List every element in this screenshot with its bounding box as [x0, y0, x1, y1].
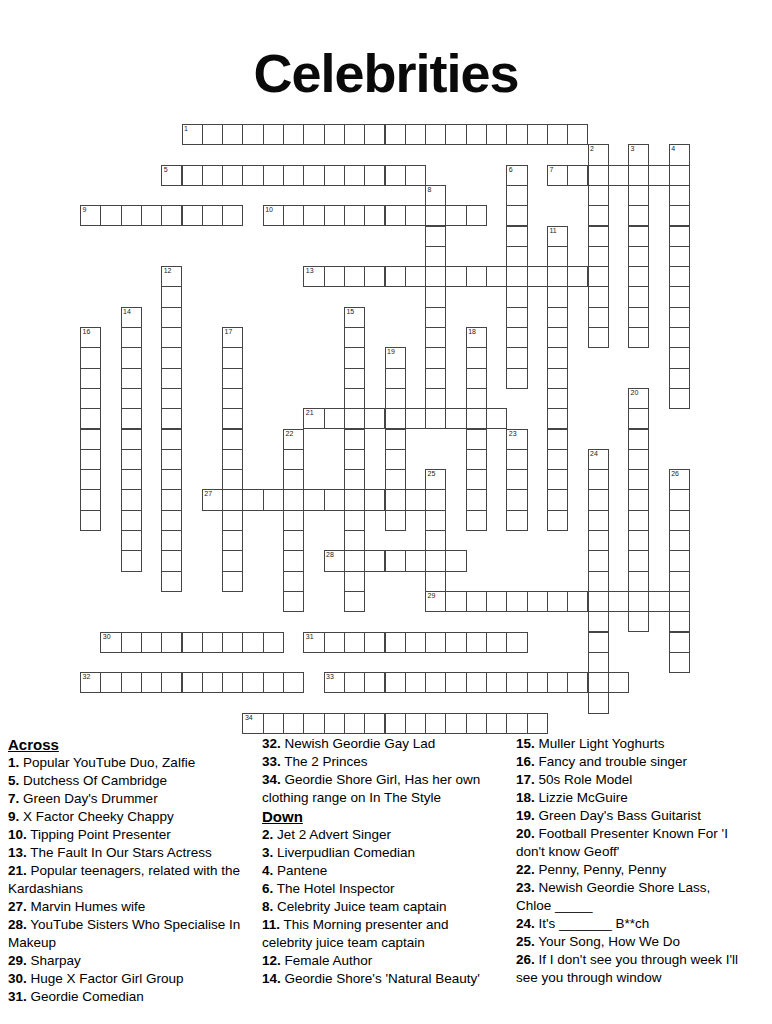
grid-cell[interactable] [385, 550, 406, 571]
grid-cell[interactable] [506, 591, 527, 612]
grid-cell[interactable] [588, 307, 609, 328]
grid-cell[interactable] [405, 165, 426, 186]
grid-cell[interactable] [506, 632, 527, 653]
grid-cell[interactable] [445, 266, 466, 287]
grid-cell[interactable] [506, 266, 527, 287]
grid-cell[interactable] [405, 408, 426, 429]
grid-cell[interactable] [608, 165, 629, 186]
grid-cell[interactable]: 28 [324, 550, 345, 571]
grid-cell[interactable] [80, 510, 101, 531]
grid-cell[interactable]: 12 [161, 266, 182, 287]
grid-cell[interactable]: 15 [344, 307, 365, 328]
grid-cell[interactable] [324, 124, 345, 145]
grid-cell[interactable] [506, 286, 527, 307]
grid-cell[interactable] [425, 510, 446, 531]
grid-cell[interactable] [547, 388, 568, 409]
grid-cell[interactable] [344, 469, 365, 490]
grid-cell[interactable] [669, 388, 690, 409]
grid-cell[interactable] [222, 469, 243, 490]
grid-cell[interactable] [364, 672, 385, 693]
grid-cell[interactable] [364, 165, 385, 186]
grid-cell[interactable] [222, 124, 243, 145]
grid-cell[interactable] [80, 489, 101, 510]
grid-cell[interactable] [506, 368, 527, 389]
grid-cell[interactable]: 33 [324, 672, 345, 693]
grid-cell[interactable] [344, 205, 365, 226]
grid-cell[interactable] [222, 449, 243, 470]
grid-cell[interactable] [669, 185, 690, 206]
grid-cell[interactable] [547, 368, 568, 389]
grid-cell[interactable] [445, 632, 466, 653]
grid-cell[interactable]: 7 [547, 165, 568, 186]
grid-cell[interactable]: 20 [628, 388, 649, 409]
grid-cell[interactable] [303, 205, 324, 226]
grid-cell[interactable] [425, 388, 446, 409]
grid-cell[interactable] [202, 124, 223, 145]
grid-cell[interactable] [344, 510, 365, 531]
grid-cell[interactable] [283, 469, 304, 490]
grid-cell[interactable] [588, 530, 609, 551]
grid-cell[interactable] [121, 510, 142, 531]
grid-cell[interactable] [506, 347, 527, 368]
grid-cell[interactable] [182, 165, 203, 186]
grid-cell[interactable] [425, 489, 446, 510]
grid-cell[interactable] [242, 489, 263, 510]
grid-cell[interactable] [283, 449, 304, 470]
grid-cell[interactable] [628, 165, 649, 186]
grid-cell[interactable] [80, 347, 101, 368]
grid-cell[interactable] [405, 672, 426, 693]
grid-cell[interactable] [567, 672, 588, 693]
grid-cell[interactable]: 9 [80, 205, 101, 226]
grid-cell[interactable] [303, 713, 324, 734]
grid-cell[interactable] [182, 672, 203, 693]
grid-cell[interactable] [486, 408, 507, 429]
grid-cell[interactable] [242, 124, 263, 145]
grid-cell[interactable] [669, 530, 690, 551]
grid-cell[interactable]: 4 [669, 144, 690, 165]
grid-cell[interactable] [161, 368, 182, 389]
grid-cell[interactable] [344, 632, 365, 653]
grid-cell[interactable] [283, 571, 304, 592]
grid-cell[interactable] [466, 347, 487, 368]
grid-cell[interactable] [283, 550, 304, 571]
grid-cell[interactable] [121, 672, 142, 693]
grid-cell[interactable] [202, 672, 223, 693]
grid-cell[interactable] [669, 347, 690, 368]
grid-cell[interactable] [222, 571, 243, 592]
grid-cell[interactable] [324, 632, 345, 653]
grid-cell[interactable] [344, 550, 365, 571]
grid-cell[interactable] [669, 307, 690, 328]
grid-cell[interactable] [547, 469, 568, 490]
grid-cell[interactable] [222, 347, 243, 368]
grid-cell[interactable] [405, 632, 426, 653]
grid-cell[interactable] [344, 347, 365, 368]
grid-cell[interactable] [161, 469, 182, 490]
grid-cell[interactable] [202, 205, 223, 226]
grid-cell[interactable] [161, 388, 182, 409]
grid-cell[interactable]: 17 [222, 327, 243, 348]
grid-cell[interactable] [628, 429, 649, 450]
grid-cell[interactable] [263, 632, 284, 653]
grid-cell[interactable] [161, 510, 182, 531]
grid-cell[interactable] [466, 672, 487, 693]
grid-cell[interactable] [161, 327, 182, 348]
grid-cell[interactable] [547, 429, 568, 450]
grid-cell[interactable] [121, 469, 142, 490]
grid-cell[interactable] [669, 652, 690, 673]
grid-cell[interactable] [466, 205, 487, 226]
grid-cell[interactable] [425, 327, 446, 348]
grid-cell[interactable] [588, 205, 609, 226]
grid-cell[interactable] [100, 672, 121, 693]
grid-cell[interactable]: 10 [263, 205, 284, 226]
grid-cell[interactable] [283, 510, 304, 531]
grid-cell[interactable] [344, 672, 365, 693]
grid-cell[interactable] [344, 530, 365, 551]
grid-cell[interactable]: 19 [385, 347, 406, 368]
grid-cell[interactable] [121, 327, 142, 348]
grid-cell[interactable]: 29 [425, 591, 446, 612]
grid-cell[interactable] [161, 632, 182, 653]
grid-cell[interactable] [628, 327, 649, 348]
grid-cell[interactable] [364, 266, 385, 287]
grid-cell[interactable] [669, 591, 690, 612]
grid-cell[interactable] [344, 388, 365, 409]
grid-cell[interactable] [506, 489, 527, 510]
grid-cell[interactable]: 24 [588, 449, 609, 470]
grid-cell[interactable] [669, 286, 690, 307]
grid-cell[interactable] [344, 124, 365, 145]
grid-cell[interactable] [385, 388, 406, 409]
grid-cell[interactable] [486, 672, 507, 693]
grid-cell[interactable]: 27 [202, 489, 223, 510]
grid-cell[interactable] [324, 205, 345, 226]
grid-cell[interactable] [344, 368, 365, 389]
grid-cell[interactable] [405, 124, 426, 145]
grid-cell[interactable] [263, 165, 284, 186]
grid-cell[interactable]: 22 [283, 429, 304, 450]
grid-cell[interactable] [385, 408, 406, 429]
grid-cell[interactable] [385, 429, 406, 450]
grid-cell[interactable] [466, 408, 487, 429]
grid-cell[interactable] [344, 591, 365, 612]
grid-cell[interactable] [445, 672, 466, 693]
grid-cell[interactable] [628, 611, 649, 632]
grid-cell[interactable] [222, 672, 243, 693]
grid-cell[interactable] [527, 591, 548, 612]
grid-cell[interactable] [385, 124, 406, 145]
grid-cell[interactable] [486, 591, 507, 612]
grid-cell[interactable] [628, 510, 649, 531]
grid-cell[interactable] [588, 510, 609, 531]
grid-cell[interactable] [385, 266, 406, 287]
grid-cell[interactable] [242, 165, 263, 186]
grid-cell[interactable] [283, 530, 304, 551]
grid-cell[interactable] [283, 591, 304, 612]
grid-cell[interactable] [669, 489, 690, 510]
grid-cell[interactable]: 25 [425, 469, 446, 490]
grid-cell[interactable] [182, 632, 203, 653]
grid-cell[interactable] [121, 388, 142, 409]
grid-cell[interactable] [567, 165, 588, 186]
grid-cell[interactable] [547, 124, 568, 145]
grid-cell[interactable] [506, 205, 527, 226]
grid-cell[interactable] [222, 165, 243, 186]
grid-cell[interactable] [425, 530, 446, 551]
grid-cell[interactable] [121, 205, 142, 226]
grid-cell[interactable] [283, 672, 304, 693]
grid-cell[interactable] [588, 266, 609, 287]
grid-cell[interactable] [202, 632, 223, 653]
grid-cell[interactable] [588, 571, 609, 592]
grid-cell[interactable]: 5 [161, 165, 182, 186]
grid-cell[interactable] [506, 226, 527, 247]
grid-cell[interactable] [425, 571, 446, 592]
grid-cell[interactable] [547, 489, 568, 510]
grid-cell[interactable] [222, 530, 243, 551]
grid-cell[interactable] [385, 713, 406, 734]
grid-cell[interactable] [669, 246, 690, 267]
grid-cell[interactable] [161, 307, 182, 328]
grid-cell[interactable] [303, 124, 324, 145]
grid-cell[interactable] [425, 672, 446, 693]
grid-cell[interactable] [425, 246, 446, 267]
grid-cell[interactable] [121, 449, 142, 470]
grid-cell[interactable] [202, 165, 223, 186]
grid-cell[interactable]: 3 [628, 144, 649, 165]
grid-cell[interactable] [324, 165, 345, 186]
grid-cell[interactable] [628, 286, 649, 307]
grid-cell[interactable] [466, 449, 487, 470]
grid-cell[interactable] [121, 347, 142, 368]
grid-cell[interactable] [344, 327, 365, 348]
grid-cell[interactable] [344, 713, 365, 734]
grid-cell[interactable] [263, 489, 284, 510]
grid-cell[interactable] [364, 489, 385, 510]
grid-cell[interactable] [80, 449, 101, 470]
grid-cell[interactable] [141, 672, 162, 693]
grid-cell[interactable]: 13 [303, 266, 324, 287]
grid-cell[interactable] [344, 266, 365, 287]
grid-cell[interactable] [628, 469, 649, 490]
grid-cell[interactable]: 16 [80, 327, 101, 348]
grid-cell[interactable] [466, 469, 487, 490]
grid-cell[interactable] [628, 266, 649, 287]
grid-cell[interactable] [588, 246, 609, 267]
grid-cell[interactable] [242, 632, 263, 653]
grid-cell[interactable]: 32 [80, 672, 101, 693]
grid-cell[interactable] [344, 449, 365, 470]
grid-cell[interactable] [222, 368, 243, 389]
grid-cell[interactable] [506, 327, 527, 348]
grid-cell[interactable] [303, 489, 324, 510]
grid-cell[interactable] [445, 408, 466, 429]
grid-cell[interactable] [80, 429, 101, 450]
grid-cell[interactable] [628, 205, 649, 226]
grid-cell[interactable] [648, 591, 669, 612]
grid-cell[interactable] [344, 429, 365, 450]
grid-cell[interactable] [161, 672, 182, 693]
grid-cell[interactable] [385, 489, 406, 510]
grid-cell[interactable] [364, 713, 385, 734]
grid-cell[interactable] [385, 205, 406, 226]
grid-cell[interactable] [364, 124, 385, 145]
grid-cell[interactable] [222, 388, 243, 409]
grid-cell[interactable] [121, 408, 142, 429]
grid-cell[interactable] [506, 246, 527, 267]
grid-cell[interactable] [486, 124, 507, 145]
grid-cell[interactable] [628, 449, 649, 470]
grid-cell[interactable] [405, 713, 426, 734]
grid-cell[interactable] [324, 713, 345, 734]
grid-cell[interactable] [527, 124, 548, 145]
grid-cell[interactable] [547, 591, 568, 612]
grid-cell[interactable]: 8 [425, 185, 446, 206]
grid-cell[interactable] [364, 205, 385, 226]
grid-cell[interactable] [324, 266, 345, 287]
grid-cell[interactable] [588, 165, 609, 186]
grid-cell[interactable] [628, 550, 649, 571]
grid-cell[interactable] [588, 652, 609, 673]
grid-cell[interactable]: 14 [121, 307, 142, 328]
grid-cell[interactable] [506, 672, 527, 693]
grid-cell[interactable] [222, 550, 243, 571]
grid-cell[interactable] [80, 368, 101, 389]
grid-cell[interactable] [628, 530, 649, 551]
grid-cell[interactable] [588, 672, 609, 693]
grid-cell[interactable] [547, 266, 568, 287]
grid-cell[interactable] [242, 672, 263, 693]
grid-cell[interactable] [608, 672, 629, 693]
grid-cell[interactable] [121, 368, 142, 389]
grid-cell[interactable] [445, 591, 466, 612]
grid-cell[interactable] [588, 692, 609, 713]
grid-cell[interactable] [669, 327, 690, 348]
grid-cell[interactable]: 18 [466, 327, 487, 348]
grid-cell[interactable] [628, 571, 649, 592]
grid-cell[interactable] [222, 408, 243, 429]
grid-cell[interactable] [121, 489, 142, 510]
grid-cell[interactable] [445, 550, 466, 571]
grid-cell[interactable] [527, 713, 548, 734]
grid-cell[interactable] [547, 327, 568, 348]
grid-cell[interactable] [161, 571, 182, 592]
grid-cell[interactable] [425, 307, 446, 328]
grid-cell[interactable] [547, 672, 568, 693]
grid-cell[interactable] [121, 530, 142, 551]
grid-cell[interactable] [161, 286, 182, 307]
grid-cell[interactable] [547, 510, 568, 531]
grid-cell[interactable] [385, 368, 406, 389]
grid-cell[interactable]: 23 [506, 429, 527, 450]
grid-cell[interactable] [283, 489, 304, 510]
grid-cell[interactable] [161, 489, 182, 510]
grid-cell[interactable] [80, 469, 101, 490]
grid-cell[interactable] [344, 165, 365, 186]
grid-cell[interactable] [669, 611, 690, 632]
grid-cell[interactable] [263, 713, 284, 734]
grid-cell[interactable] [161, 550, 182, 571]
grid-cell[interactable] [222, 510, 243, 531]
grid-cell[interactable] [385, 632, 406, 653]
grid-cell[interactable]: 21 [303, 408, 324, 429]
grid-cell[interactable] [506, 449, 527, 470]
grid-cell[interactable] [527, 672, 548, 693]
grid-cell[interactable]: 31 [303, 632, 324, 653]
grid-cell[interactable] [405, 489, 426, 510]
grid-cell[interactable] [506, 713, 527, 734]
grid-cell[interactable] [445, 205, 466, 226]
grid-cell[interactable] [161, 449, 182, 470]
grid-cell[interactable] [385, 510, 406, 531]
grid-cell[interactable]: 26 [669, 469, 690, 490]
grid-cell[interactable] [669, 368, 690, 389]
grid-cell[interactable] [669, 510, 690, 531]
grid-cell[interactable] [628, 489, 649, 510]
grid-cell[interactable] [466, 510, 487, 531]
grid-cell[interactable] [425, 286, 446, 307]
grid-cell[interactable] [588, 327, 609, 348]
grid-cell[interactable] [263, 124, 284, 145]
grid-cell[interactable] [628, 307, 649, 328]
grid-cell[interactable] [121, 429, 142, 450]
grid-cell[interactable] [588, 226, 609, 247]
grid-cell[interactable] [283, 124, 304, 145]
grid-cell[interactable] [669, 226, 690, 247]
grid-cell[interactable] [425, 205, 446, 226]
grid-cell[interactable] [506, 469, 527, 490]
grid-cell[interactable]: 30 [100, 632, 121, 653]
grid-cell[interactable] [141, 205, 162, 226]
grid-cell[interactable] [567, 124, 588, 145]
grid-cell[interactable] [547, 408, 568, 429]
grid-cell[interactable] [283, 713, 304, 734]
grid-cell[interactable] [588, 611, 609, 632]
grid-cell[interactable] [425, 632, 446, 653]
grid-cell[interactable]: 2 [588, 144, 609, 165]
grid-cell[interactable] [385, 469, 406, 490]
grid-cell[interactable] [364, 632, 385, 653]
grid-cell[interactable] [324, 408, 345, 429]
grid-cell[interactable] [324, 489, 345, 510]
grid-cell[interactable] [567, 591, 588, 612]
grid-cell[interactable] [547, 286, 568, 307]
grid-cell[interactable] [161, 347, 182, 368]
grid-cell[interactable] [547, 246, 568, 267]
grid-cell[interactable] [405, 205, 426, 226]
grid-cell[interactable] [385, 165, 406, 186]
grid-cell[interactable]: 6 [506, 165, 527, 186]
grid-cell[interactable] [425, 368, 446, 389]
grid-cell[interactable] [628, 185, 649, 206]
grid-cell[interactable]: 11 [547, 226, 568, 247]
grid-cell[interactable]: 34 [242, 713, 263, 734]
grid-cell[interactable] [466, 388, 487, 409]
grid-cell[interactable] [628, 591, 649, 612]
grid-cell[interactable] [425, 408, 446, 429]
grid-cell[interactable] [283, 165, 304, 186]
grid-cell[interactable] [608, 591, 629, 612]
grid-cell[interactable] [222, 205, 243, 226]
grid-cell[interactable] [669, 205, 690, 226]
grid-cell[interactable] [121, 550, 142, 571]
grid-cell[interactable] [161, 408, 182, 429]
grid-cell[interactable] [466, 368, 487, 389]
grid-cell[interactable] [588, 591, 609, 612]
grid-cell[interactable] [344, 489, 365, 510]
